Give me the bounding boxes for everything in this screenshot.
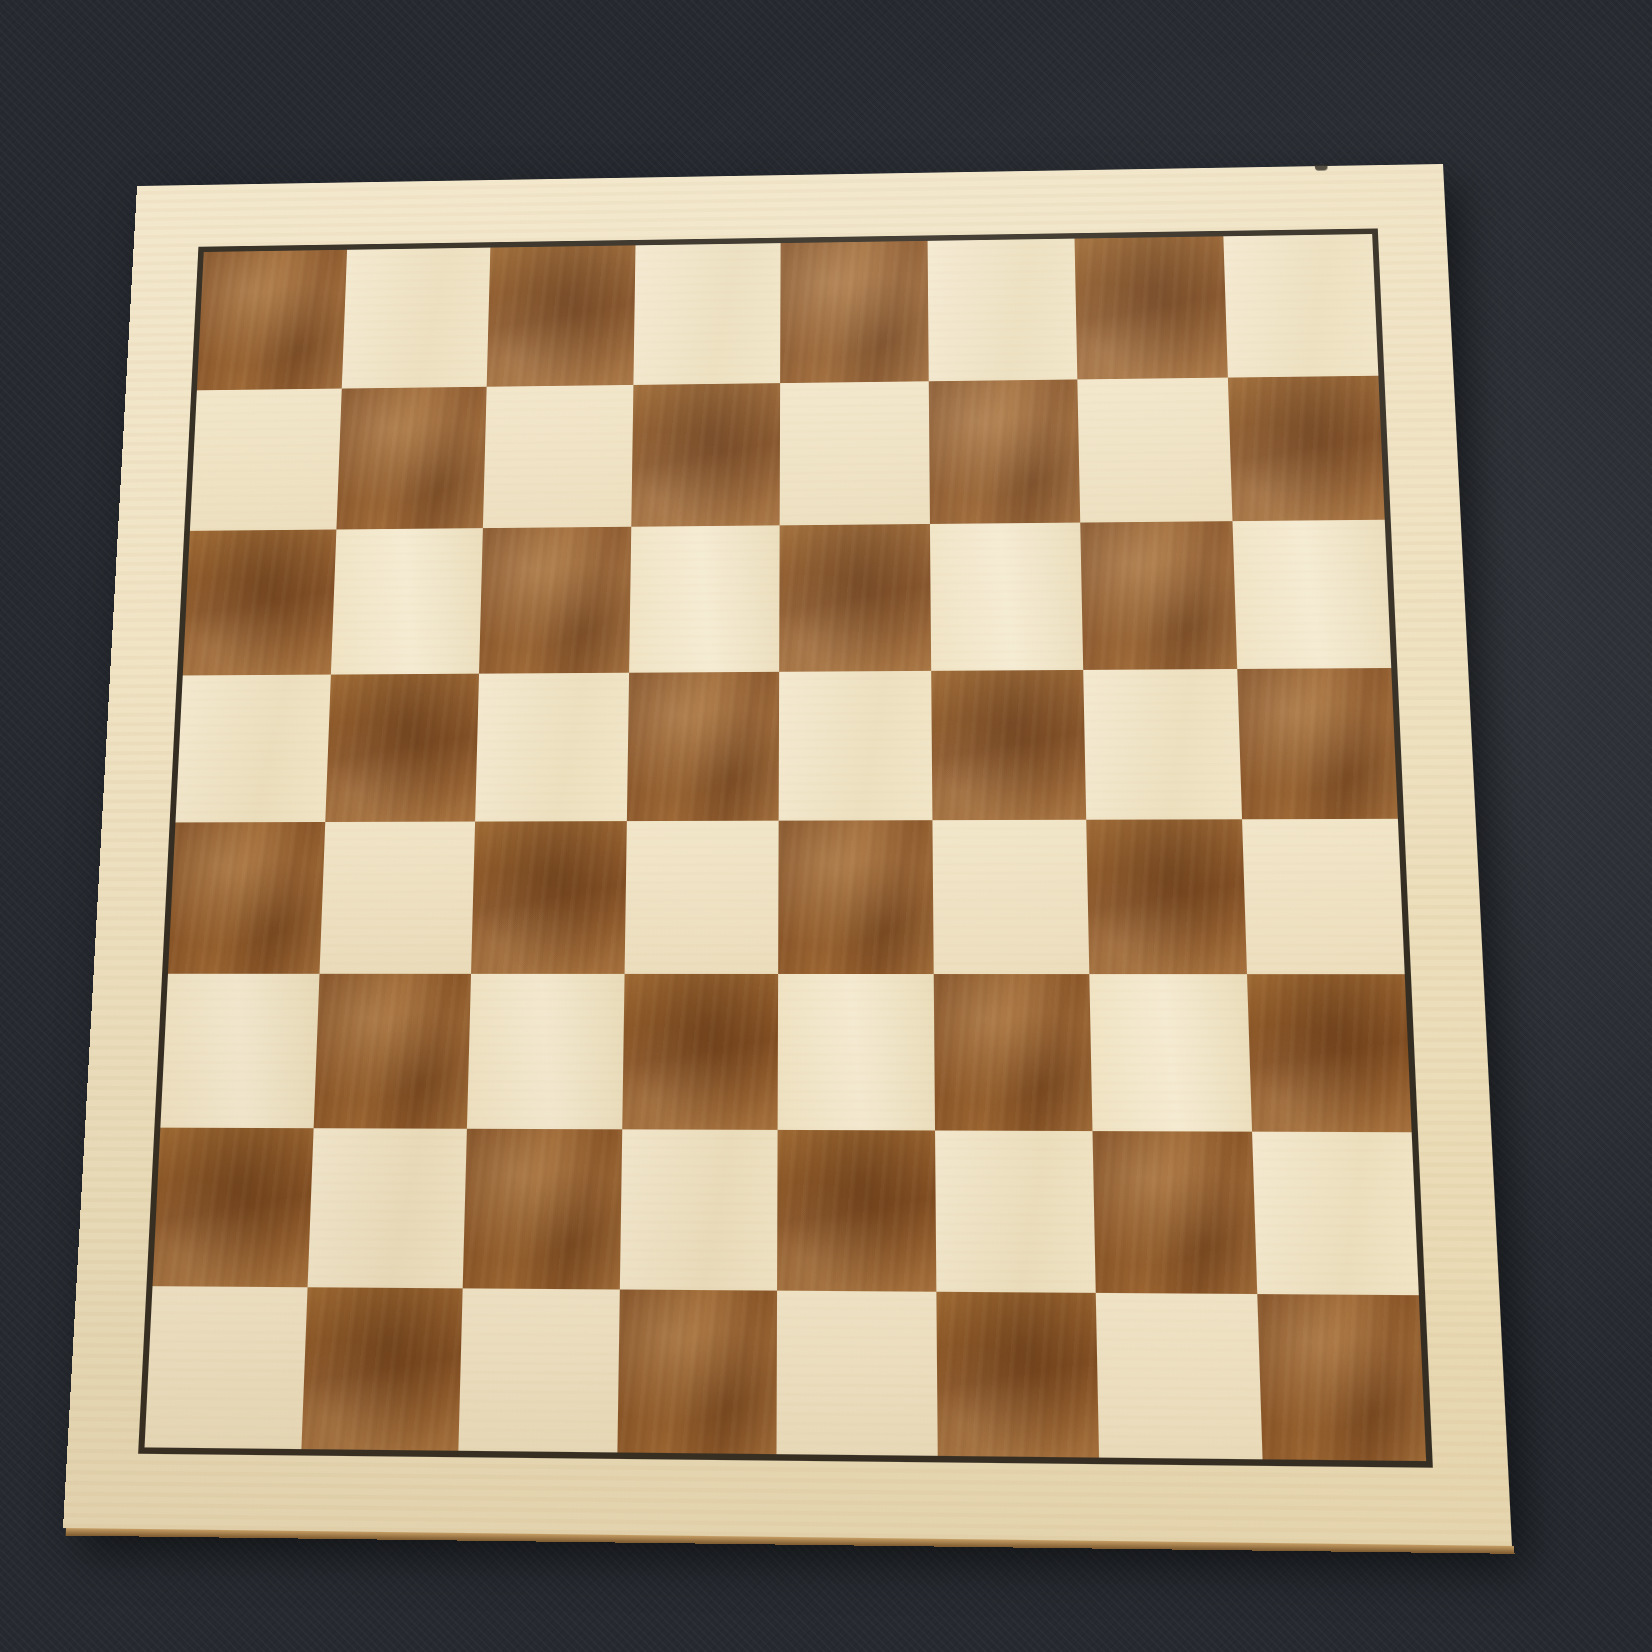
square-h1 xyxy=(1257,1294,1426,1462)
square-f8 xyxy=(927,239,1077,381)
square-h5 xyxy=(1237,668,1398,820)
square-g2 xyxy=(1092,1131,1256,1293)
square-f3 xyxy=(933,974,1092,1132)
square-g8 xyxy=(1075,236,1228,379)
square-f1 xyxy=(936,1291,1099,1457)
square-d4 xyxy=(624,821,779,974)
chessboard xyxy=(0,0,1652,1652)
board-field xyxy=(145,234,1427,1461)
square-a1 xyxy=(145,1286,308,1449)
square-b1 xyxy=(301,1287,463,1451)
square-d2 xyxy=(619,1129,777,1290)
square-g5 xyxy=(1083,668,1241,819)
square-d6 xyxy=(629,525,780,672)
square-f5 xyxy=(931,669,1087,820)
square-b2 xyxy=(307,1128,467,1288)
square-e7 xyxy=(780,381,930,526)
square-d1 xyxy=(617,1289,777,1454)
square-f7 xyxy=(928,379,1080,524)
square-c2 xyxy=(463,1129,622,1289)
square-a6 xyxy=(183,529,336,675)
square-d5 xyxy=(626,671,779,821)
square-c5 xyxy=(475,672,629,821)
square-c6 xyxy=(479,527,631,673)
square-e1 xyxy=(776,1290,937,1456)
square-g1 xyxy=(1096,1292,1262,1459)
square-h7 xyxy=(1227,375,1384,521)
square-a7 xyxy=(190,388,341,531)
square-b7 xyxy=(336,386,487,529)
square-f4 xyxy=(932,820,1089,974)
square-f2 xyxy=(935,1130,1096,1292)
square-h6 xyxy=(1232,520,1391,669)
square-g6 xyxy=(1080,521,1236,669)
square-b5 xyxy=(325,673,479,822)
board-frame xyxy=(63,164,1512,1546)
square-h3 xyxy=(1246,974,1411,1133)
square-a3 xyxy=(160,973,319,1128)
square-c3 xyxy=(467,973,624,1129)
square-a4 xyxy=(168,822,325,973)
square-c8 xyxy=(487,245,635,386)
square-c4 xyxy=(471,821,626,973)
square-e3 xyxy=(778,973,935,1130)
square-g4 xyxy=(1086,819,1246,973)
square-a2 xyxy=(153,1128,314,1287)
edge-chip xyxy=(1315,165,1328,171)
square-h4 xyxy=(1242,819,1405,974)
square-e8 xyxy=(780,241,928,383)
square-g3 xyxy=(1089,974,1251,1132)
square-b4 xyxy=(319,822,475,974)
square-f6 xyxy=(929,523,1083,671)
square-d3 xyxy=(622,973,778,1129)
square-e2 xyxy=(777,1130,936,1291)
square-b6 xyxy=(330,528,482,674)
square-b3 xyxy=(313,973,471,1128)
board-edge xyxy=(66,1528,1515,1554)
square-h8 xyxy=(1223,234,1379,377)
square-g7 xyxy=(1077,377,1232,522)
square-e6 xyxy=(779,524,931,671)
square-e5 xyxy=(779,670,932,820)
square-a8 xyxy=(197,250,347,390)
square-d7 xyxy=(631,383,780,527)
square-e4 xyxy=(778,820,933,973)
square-d8 xyxy=(633,243,781,384)
square-h2 xyxy=(1252,1132,1419,1295)
background-mat xyxy=(0,0,1652,1652)
square-c7 xyxy=(483,384,633,528)
square-a5 xyxy=(175,674,330,822)
square-c1 xyxy=(458,1288,619,1453)
square-b8 xyxy=(341,248,490,389)
